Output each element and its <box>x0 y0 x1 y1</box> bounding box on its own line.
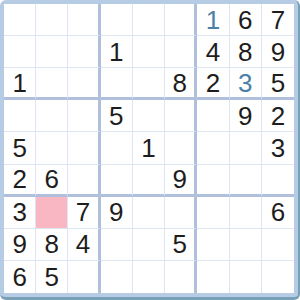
cell-r1c2[interactable] <box>36 4 68 36</box>
cell-r4c2[interactable] <box>36 100 68 132</box>
sudoku-board: 1671489182355925132693796984565 <box>4 4 294 293</box>
cell-r3c5[interactable] <box>133 68 165 100</box>
cell-r2c7[interactable]: 4 <box>197 36 229 68</box>
cell-r4c9[interactable]: 2 <box>262 100 294 132</box>
cell-r1c3[interactable] <box>68 4 100 36</box>
cell-r1c9[interactable]: 7 <box>262 4 294 36</box>
cell-r7c7[interactable] <box>197 197 229 229</box>
cell-r2c8[interactable]: 8 <box>230 36 262 68</box>
cell-r3c4[interactable] <box>101 68 133 100</box>
cell-r7c5[interactable] <box>133 197 165 229</box>
cell-r5c6[interactable] <box>165 132 197 164</box>
cell-r5c9[interactable]: 3 <box>262 132 294 164</box>
cell-r1c1[interactable] <box>4 4 36 36</box>
cell-r7c3[interactable]: 7 <box>68 197 100 229</box>
cell-r6c2[interactable]: 6 <box>36 165 68 197</box>
cell-r4c8[interactable]: 9 <box>230 100 262 132</box>
cell-r9c2[interactable]: 5 <box>36 261 68 293</box>
cell-r7c4[interactable]: 9 <box>101 197 133 229</box>
cell-r5c5[interactable]: 1 <box>133 132 165 164</box>
cell-r5c7[interactable] <box>197 132 229 164</box>
cell-r4c3[interactable] <box>68 100 100 132</box>
cell-r5c3[interactable] <box>68 132 100 164</box>
cell-r3c9[interactable]: 5 <box>262 68 294 100</box>
cell-r2c3[interactable] <box>68 36 100 68</box>
cell-r5c4[interactable] <box>101 132 133 164</box>
cell-r8c4[interactable] <box>101 229 133 261</box>
cell-r7c9[interactable]: 6 <box>262 197 294 229</box>
cell-r7c6[interactable] <box>165 197 197 229</box>
cell-r2c4[interactable]: 1 <box>101 36 133 68</box>
cell-r9c7[interactable] <box>197 261 229 293</box>
cell-r7c8[interactable] <box>230 197 262 229</box>
cell-r2c2[interactable] <box>36 36 68 68</box>
cell-r2c9[interactable]: 9 <box>262 36 294 68</box>
cell-r9c8[interactable] <box>230 261 262 293</box>
cell-r2c1[interactable] <box>4 36 36 68</box>
cell-r1c8[interactable]: 6 <box>230 4 262 36</box>
cell-r7c2[interactable] <box>36 197 68 229</box>
cell-r8c5[interactable] <box>133 229 165 261</box>
cell-r5c1[interactable]: 5 <box>4 132 36 164</box>
cell-r6c6[interactable]: 9 <box>165 165 197 197</box>
cell-r6c3[interactable] <box>68 165 100 197</box>
cell-r8c2[interactable]: 8 <box>36 229 68 261</box>
cell-r4c1[interactable] <box>4 100 36 132</box>
cell-r9c5[interactable] <box>133 261 165 293</box>
cell-r3c3[interactable] <box>68 68 100 100</box>
cell-r3c2[interactable] <box>36 68 68 100</box>
cell-r9c3[interactable] <box>68 261 100 293</box>
cell-r6c8[interactable] <box>230 165 262 197</box>
cell-r6c1[interactable]: 2 <box>4 165 36 197</box>
cell-r3c1[interactable]: 1 <box>4 68 36 100</box>
cell-r2c6[interactable] <box>165 36 197 68</box>
cell-r4c6[interactable] <box>165 100 197 132</box>
cell-r2c5[interactable] <box>133 36 165 68</box>
cell-r6c9[interactable] <box>262 165 294 197</box>
cell-r3c7[interactable]: 2 <box>197 68 229 100</box>
cell-r8c7[interactable] <box>197 229 229 261</box>
sudoku-board-frame: 1671489182355925132693796984565 <box>0 0 300 300</box>
cell-r5c2[interactable] <box>36 132 68 164</box>
cell-r8c3[interactable]: 4 <box>68 229 100 261</box>
cell-r8c6[interactable]: 5 <box>165 229 197 261</box>
cell-r1c7[interactable]: 1 <box>197 4 229 36</box>
cell-r1c6[interactable] <box>165 4 197 36</box>
cell-r9c1[interactable]: 6 <box>4 261 36 293</box>
cell-r6c7[interactable] <box>197 165 229 197</box>
cell-r4c4[interactable]: 5 <box>101 100 133 132</box>
cell-r4c7[interactable] <box>197 100 229 132</box>
cell-r8c1[interactable]: 9 <box>4 229 36 261</box>
cell-r7c1[interactable]: 3 <box>4 197 36 229</box>
cell-r4c5[interactable] <box>133 100 165 132</box>
cell-r5c8[interactable] <box>230 132 262 164</box>
cell-r8c9[interactable] <box>262 229 294 261</box>
cell-r6c4[interactable] <box>101 165 133 197</box>
cell-r9c4[interactable] <box>101 261 133 293</box>
cell-r9c6[interactable] <box>165 261 197 293</box>
cell-r8c8[interactable] <box>230 229 262 261</box>
cell-r3c6[interactable]: 8 <box>165 68 197 100</box>
cell-r3c8[interactable]: 3 <box>230 68 262 100</box>
cell-r1c4[interactable] <box>101 4 133 36</box>
cell-r1c5[interactable] <box>133 4 165 36</box>
cell-r9c9[interactable] <box>262 261 294 293</box>
cell-r6c5[interactable] <box>133 165 165 197</box>
